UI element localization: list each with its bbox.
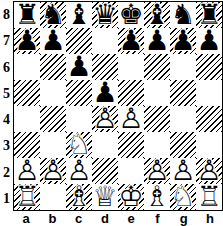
piece-halo: ♝ xyxy=(66,184,92,210)
square-f1[interactable]: ♝♗ xyxy=(144,184,170,210)
chess-board: ♜♜♞♞♝♝♛♛♚♚♝♝♞♞♜♜♟♟♟♟♟♟♟♟♟♟♟♟♟♟♟♟♟♙♟♙♞♘♟♙… xyxy=(13,1,223,211)
white-king[interactable]: ♔ xyxy=(118,184,144,210)
piece-halo: ♟ xyxy=(92,106,118,132)
piece-halo: ♟ xyxy=(14,158,40,184)
piece-halo: ♞ xyxy=(170,2,196,28)
piece-halo: ♝ xyxy=(66,2,92,28)
square-h5[interactable] xyxy=(196,80,222,106)
black-queen[interactable]: ♛ xyxy=(92,2,118,28)
square-d5[interactable]: ♟♟ xyxy=(92,80,118,106)
square-e7[interactable]: ♟♟ xyxy=(118,28,144,54)
piece-halo: ♞ xyxy=(170,184,196,210)
square-d2[interactable] xyxy=(92,158,118,184)
square-h8[interactable]: ♜♜ xyxy=(196,2,222,28)
file-label-a: a xyxy=(13,211,39,226)
white-pawn[interactable]: ♙ xyxy=(40,158,66,184)
square-f8[interactable]: ♝♝ xyxy=(144,2,170,28)
black-pawn[interactable]: ♟ xyxy=(170,28,196,54)
square-g5[interactable] xyxy=(170,80,196,106)
rank-label-1: 1 xyxy=(0,186,13,212)
black-knight[interactable]: ♞ xyxy=(170,2,196,28)
white-pawn[interactable]: ♙ xyxy=(14,158,40,184)
square-h3[interactable] xyxy=(196,132,222,158)
piece-halo: ♟ xyxy=(66,158,92,184)
white-knight[interactable]: ♘ xyxy=(170,184,196,210)
rank-label-2: 2 xyxy=(0,160,13,186)
rank-label-4: 4 xyxy=(0,107,13,133)
piece-halo: ♛ xyxy=(92,2,118,28)
piece-halo: ♜ xyxy=(14,184,40,210)
piece-halo: ♟ xyxy=(40,158,66,184)
square-c1[interactable]: ♝♗ xyxy=(66,184,92,210)
piece-halo: ♜ xyxy=(196,184,222,210)
square-f6[interactable] xyxy=(144,54,170,80)
square-c4[interactable] xyxy=(66,106,92,132)
rank-labels: 8 7 6 5 4 3 2 1 xyxy=(0,2,13,212)
square-e4[interactable]: ♟♙ xyxy=(118,106,144,132)
black-bishop[interactable]: ♝ xyxy=(144,2,170,28)
piece-halo: ♟ xyxy=(40,28,66,54)
piece-halo: ♟ xyxy=(118,28,144,54)
square-f5[interactable] xyxy=(144,80,170,106)
piece-halo: ♞ xyxy=(40,2,66,28)
square-h2[interactable]: ♟♙ xyxy=(196,158,222,184)
file-label-c: c xyxy=(66,211,92,226)
piece-halo: ♜ xyxy=(14,2,40,28)
square-c3[interactable]: ♞♘ xyxy=(66,132,92,158)
square-f3[interactable] xyxy=(144,132,170,158)
square-f4[interactable] xyxy=(144,106,170,132)
square-a3[interactable] xyxy=(14,132,40,158)
square-b2[interactable]: ♟♙ xyxy=(40,158,66,184)
square-b7[interactable]: ♟♟ xyxy=(40,28,66,54)
file-label-b: b xyxy=(39,211,65,226)
square-g1[interactable]: ♞♘ xyxy=(170,184,196,210)
square-b5[interactable] xyxy=(40,80,66,106)
piece-halo: ♜ xyxy=(196,2,222,28)
piece-halo: ♝ xyxy=(144,2,170,28)
file-label-g: g xyxy=(171,211,197,226)
black-pawn[interactable]: ♟ xyxy=(118,28,144,54)
black-pawn[interactable]: ♟ xyxy=(14,28,40,54)
square-g8[interactable]: ♞♞ xyxy=(170,2,196,28)
black-pawn[interactable]: ♟ xyxy=(196,28,222,54)
square-h6[interactable] xyxy=(196,54,222,80)
square-a5[interactable] xyxy=(14,80,40,106)
piece-halo: ♟ xyxy=(66,54,92,80)
square-e6[interactable] xyxy=(118,54,144,80)
square-d3[interactable] xyxy=(92,132,118,158)
piece-halo: ♟ xyxy=(144,28,170,54)
square-c7[interactable] xyxy=(66,28,92,54)
piece-halo: ♟ xyxy=(196,158,222,184)
square-f2[interactable]: ♟♙ xyxy=(144,158,170,184)
square-h7[interactable]: ♟♟ xyxy=(196,28,222,54)
piece-halo: ♝ xyxy=(144,184,170,210)
square-c8[interactable]: ♝♝ xyxy=(66,2,92,28)
square-g6[interactable] xyxy=(170,54,196,80)
square-e1[interactable]: ♚♔ xyxy=(118,184,144,210)
piece-halo: ♟ xyxy=(170,28,196,54)
square-g7[interactable]: ♟♟ xyxy=(170,28,196,54)
white-queen[interactable]: ♕ xyxy=(92,184,118,210)
square-d8[interactable]: ♛♛ xyxy=(92,2,118,28)
white-pawn[interactable]: ♙ xyxy=(92,106,118,132)
white-rook[interactable]: ♖ xyxy=(14,184,40,210)
square-a7[interactable]: ♟♟ xyxy=(14,28,40,54)
square-f7[interactable]: ♟♟ xyxy=(144,28,170,54)
square-g2[interactable]: ♟♙ xyxy=(170,158,196,184)
square-b4[interactable] xyxy=(40,106,66,132)
square-d1[interactable]: ♛♕ xyxy=(92,184,118,210)
square-a4[interactable] xyxy=(14,106,40,132)
square-b6[interactable] xyxy=(40,54,66,80)
rank-label-5: 5 xyxy=(0,81,13,107)
square-a8[interactable]: ♜♜ xyxy=(14,2,40,28)
piece-halo: ♛ xyxy=(92,184,118,210)
square-e8[interactable]: ♚♚ xyxy=(118,2,144,28)
file-label-f: f xyxy=(144,211,170,226)
square-h4[interactable] xyxy=(196,106,222,132)
black-rook[interactable]: ♜ xyxy=(14,2,40,28)
rank-label-6: 6 xyxy=(0,55,13,81)
piece-halo: ♟ xyxy=(118,106,144,132)
square-h1[interactable]: ♜♖ xyxy=(196,184,222,210)
square-b3[interactable] xyxy=(40,132,66,158)
white-pawn[interactable]: ♙ xyxy=(144,158,170,184)
square-a1[interactable]: ♜♖ xyxy=(14,184,40,210)
white-bishop[interactable]: ♗ xyxy=(144,184,170,210)
black-pawn[interactable]: ♟ xyxy=(144,28,170,54)
square-a2[interactable]: ♟♙ xyxy=(14,158,40,184)
white-bishop[interactable]: ♗ xyxy=(66,184,92,210)
piece-halo: ♟ xyxy=(92,80,118,106)
square-e2[interactable] xyxy=(118,158,144,184)
square-e3[interactable] xyxy=(118,132,144,158)
file-label-h: h xyxy=(197,211,223,226)
black-king[interactable]: ♚ xyxy=(118,2,144,28)
piece-halo: ♚ xyxy=(118,184,144,210)
square-b1[interactable] xyxy=(40,184,66,210)
white-pawn[interactable]: ♙ xyxy=(118,106,144,132)
square-d4[interactable]: ♟♙ xyxy=(92,106,118,132)
file-label-d: d xyxy=(92,211,118,226)
rank-label-8: 8 xyxy=(0,2,13,28)
square-g3[interactable] xyxy=(170,132,196,158)
piece-halo: ♞ xyxy=(66,132,92,158)
rank-label-3: 3 xyxy=(0,133,13,159)
file-label-e: e xyxy=(118,211,144,226)
square-d6[interactable] xyxy=(92,54,118,80)
black-bishop[interactable]: ♝ xyxy=(66,2,92,28)
black-knight[interactable]: ♞ xyxy=(40,2,66,28)
square-a6[interactable] xyxy=(14,54,40,80)
white-knight[interactable]: ♘ xyxy=(66,132,92,158)
black-pawn[interactable]: ♟ xyxy=(92,80,118,106)
piece-halo: ♟ xyxy=(170,158,196,184)
square-c2[interactable]: ♟♙ xyxy=(66,158,92,184)
black-pawn[interactable]: ♟ xyxy=(66,54,92,80)
white-pawn[interactable]: ♙ xyxy=(170,158,196,184)
square-d7[interactable] xyxy=(92,28,118,54)
file-labels: a b c d e f g h xyxy=(13,211,223,226)
piece-halo: ♟ xyxy=(14,28,40,54)
square-c5[interactable] xyxy=(66,80,92,106)
white-pawn[interactable]: ♙ xyxy=(66,158,92,184)
square-c6[interactable]: ♟♟ xyxy=(66,54,92,80)
piece-halo: ♚ xyxy=(118,2,144,28)
white-rook[interactable]: ♖ xyxy=(196,184,222,210)
piece-halo: ♟ xyxy=(144,158,170,184)
black-rook[interactable]: ♜ xyxy=(196,2,222,28)
chess-diagram: 8 7 6 5 4 3 2 1 ♜♜♞♞♝♝♛♛♚♚♝♝♞♞♜♜♟♟♟♟♟♟♟♟… xyxy=(0,0,223,226)
rank-label-7: 7 xyxy=(0,28,13,54)
piece-halo: ♟ xyxy=(196,28,222,54)
white-pawn[interactable]: ♙ xyxy=(196,158,222,184)
square-b8[interactable]: ♞♞ xyxy=(40,2,66,28)
black-pawn[interactable]: ♟ xyxy=(40,28,66,54)
square-e5[interactable] xyxy=(118,80,144,106)
square-g4[interactable] xyxy=(170,106,196,132)
